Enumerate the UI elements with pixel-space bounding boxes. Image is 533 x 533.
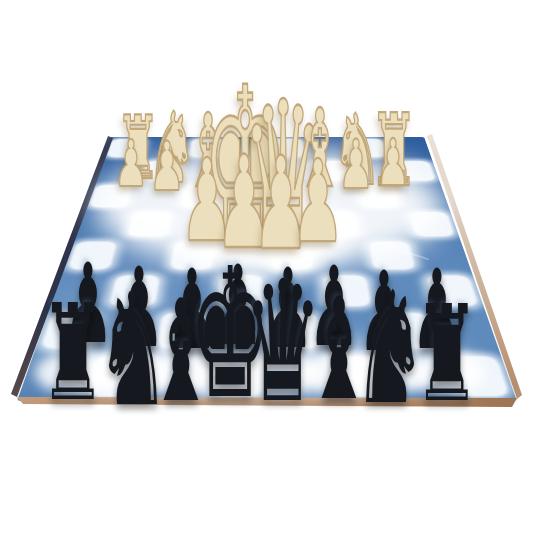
white-pawn: ♟ bbox=[338, 130, 374, 198]
black-rook: ♜ bbox=[414, 287, 480, 420]
piece-layer: ♜♞♝♚♛♝♞♜♟♟♟♟♟♟♟♟♟♟♟♟♟♟♟♟♜♞♝♚♛♝♞♜ bbox=[0, 0, 533, 533]
white-pawn: ♟ bbox=[376, 130, 410, 195]
chess-set-photo: ♜♞♝♚♛♝♞♜♟♟♟♟♟♟♟♟♟♟♟♟♟♟♟♟♜♞♝♚♛♝♞♜ bbox=[0, 0, 533, 533]
white-pawn: ♟ bbox=[114, 131, 148, 196]
